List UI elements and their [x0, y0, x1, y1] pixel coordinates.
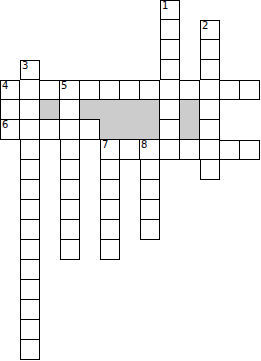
clue-number: 3 — [22, 61, 28, 71]
empty-space — [0, 40, 20, 60]
clue-number: 6 — [2, 120, 8, 130]
clue-number: 8 — [141, 140, 147, 150]
empty-space — [100, 40, 120, 60]
empty-space — [200, 0, 220, 20]
empty-space — [80, 40, 100, 60]
empty-space — [180, 220, 200, 240]
empty-space — [140, 240, 160, 260]
empty-space — [160, 180, 180, 200]
shaded-cell — [120, 120, 140, 140]
empty-space — [200, 280, 220, 300]
letter-cell[interactable] — [20, 180, 40, 200]
empty-space — [40, 280, 60, 300]
letter-cell[interactable] — [200, 160, 220, 180]
letter-cell[interactable] — [20, 120, 40, 140]
empty-space — [240, 220, 260, 240]
letter-cell[interactable] — [140, 160, 160, 180]
empty-space — [80, 0, 100, 20]
empty-space — [100, 20, 120, 40]
empty-space — [160, 340, 180, 360]
empty-space — [160, 260, 180, 280]
letter-cell[interactable] — [20, 200, 40, 220]
letter-cell[interactable] — [100, 80, 120, 100]
empty-space — [240, 0, 260, 20]
empty-space — [0, 160, 20, 180]
letter-cell[interactable] — [20, 260, 40, 280]
letter-cell[interactable] — [60, 180, 80, 200]
empty-space — [60, 260, 80, 280]
empty-space — [120, 280, 140, 300]
empty-space — [160, 240, 180, 260]
letter-cell[interactable] — [140, 80, 160, 100]
empty-space — [240, 260, 260, 280]
letter-cell[interactable] — [180, 140, 200, 160]
empty-space — [220, 340, 240, 360]
empty-space — [240, 180, 260, 200]
letter-cell[interactable] — [100, 200, 120, 220]
letter-cell[interactable] — [60, 100, 80, 120]
empty-space — [80, 320, 100, 340]
empty-space — [200, 300, 220, 320]
empty-space — [80, 200, 100, 220]
empty-space — [240, 240, 260, 260]
crossword-board: 12345678 — [0, 0, 260, 360]
letter-cell[interactable] — [160, 80, 180, 100]
empty-space — [220, 60, 240, 80]
empty-space — [40, 340, 60, 360]
empty-space — [40, 180, 60, 200]
empty-space — [100, 280, 120, 300]
empty-space — [40, 200, 60, 220]
empty-space — [0, 240, 20, 260]
empty-space — [140, 0, 160, 20]
letter-cell[interactable]: 7 — [100, 140, 120, 160]
empty-space — [240, 40, 260, 60]
empty-space — [60, 320, 80, 340]
empty-space — [120, 200, 140, 220]
empty-space — [180, 180, 200, 200]
letter-cell[interactable] — [160, 100, 180, 120]
empty-space — [100, 0, 120, 20]
empty-space — [0, 200, 20, 220]
empty-space — [0, 340, 20, 360]
empty-space — [0, 20, 20, 40]
empty-space — [220, 260, 240, 280]
letter-cell[interactable] — [140, 180, 160, 200]
empty-space — [80, 340, 100, 360]
letter-cell[interactable] — [20, 320, 40, 340]
empty-space — [40, 140, 60, 160]
shaded-cell — [180, 120, 200, 140]
empty-space — [20, 20, 40, 40]
letter-cell[interactable] — [100, 240, 120, 260]
empty-space — [140, 280, 160, 300]
empty-space — [180, 60, 200, 80]
letter-cell[interactable]: 3 — [20, 60, 40, 80]
empty-space — [200, 260, 220, 280]
shaded-cell — [180, 100, 200, 120]
empty-space — [20, 0, 40, 20]
empty-space — [120, 260, 140, 280]
letter-cell[interactable] — [20, 220, 40, 240]
letter-cell[interactable] — [100, 180, 120, 200]
empty-space — [120, 340, 140, 360]
letter-cell[interactable] — [40, 80, 60, 100]
empty-space — [220, 280, 240, 300]
letter-cell[interactable] — [40, 120, 60, 140]
empty-space — [240, 280, 260, 300]
empty-space — [0, 260, 20, 280]
empty-space — [60, 20, 80, 40]
letter-cell[interactable] — [20, 100, 40, 120]
empty-space — [160, 320, 180, 340]
letter-cell[interactable] — [120, 140, 140, 160]
empty-space — [220, 320, 240, 340]
empty-space — [120, 240, 140, 260]
empty-space — [200, 200, 220, 220]
letter-cell[interactable] — [60, 160, 80, 180]
empty-space — [220, 20, 240, 40]
empty-space — [80, 180, 100, 200]
empty-space — [80, 260, 100, 280]
shaded-cell — [140, 120, 160, 140]
letter-cell[interactable] — [60, 240, 80, 260]
empty-space — [80, 240, 100, 260]
empty-space — [220, 180, 240, 200]
empty-space — [20, 40, 40, 60]
letter-cell[interactable] — [200, 40, 220, 60]
letter-cell[interactable] — [140, 220, 160, 240]
empty-space — [180, 340, 200, 360]
empty-space — [220, 300, 240, 320]
empty-space — [180, 280, 200, 300]
letter-cell[interactable] — [100, 220, 120, 240]
empty-space — [0, 300, 20, 320]
empty-space — [40, 60, 60, 80]
letter-cell[interactable] — [20, 140, 40, 160]
letter-cell[interactable] — [200, 120, 220, 140]
letter-cell[interactable] — [160, 20, 180, 40]
empty-space — [40, 220, 60, 240]
empty-space — [40, 160, 60, 180]
empty-space — [0, 280, 20, 300]
letter-cell[interactable] — [20, 160, 40, 180]
empty-space — [140, 40, 160, 60]
letter-cell[interactable] — [200, 140, 220, 160]
empty-space — [120, 60, 140, 80]
empty-space — [240, 20, 260, 40]
empty-space — [200, 320, 220, 340]
letter-cell[interactable] — [160, 120, 180, 140]
empty-space — [140, 320, 160, 340]
empty-space — [160, 160, 180, 180]
letter-cell[interactable] — [60, 140, 80, 160]
empty-space — [80, 60, 100, 80]
empty-space — [180, 20, 200, 40]
empty-space — [220, 200, 240, 220]
empty-space — [140, 60, 160, 80]
letter-cell[interactable] — [240, 140, 260, 160]
letter-cell[interactable] — [60, 120, 80, 140]
empty-space — [80, 140, 100, 160]
letter-cell[interactable] — [220, 140, 240, 160]
letter-cell[interactable] — [20, 240, 40, 260]
empty-space — [100, 320, 120, 340]
empty-space — [180, 160, 200, 180]
empty-space — [80, 160, 100, 180]
empty-space — [120, 320, 140, 340]
empty-space — [240, 340, 260, 360]
empty-space — [60, 280, 80, 300]
empty-space — [100, 60, 120, 80]
letter-cell[interactable] — [20, 340, 40, 360]
empty-space — [200, 340, 220, 360]
letter-cell[interactable]: 1 — [160, 0, 180, 20]
letter-cell[interactable] — [180, 80, 200, 100]
empty-space — [40, 0, 60, 20]
empty-space — [0, 320, 20, 340]
letter-cell[interactable]: 6 — [0, 120, 20, 140]
empty-space — [120, 20, 140, 40]
empty-space — [40, 40, 60, 60]
letter-cell[interactable] — [60, 220, 80, 240]
letter-cell[interactable] — [140, 200, 160, 220]
empty-space — [40, 260, 60, 280]
clue-number: 2 — [202, 21, 208, 31]
empty-space — [240, 300, 260, 320]
empty-space — [140, 20, 160, 40]
shaded-cell — [100, 120, 120, 140]
empty-space — [120, 220, 140, 240]
shaded-cell — [100, 100, 120, 120]
empty-space — [220, 220, 240, 240]
empty-space — [180, 260, 200, 280]
letter-cell[interactable] — [0, 100, 20, 120]
clue-number: 5 — [61, 81, 67, 91]
empty-space — [40, 300, 60, 320]
empty-space — [160, 300, 180, 320]
letter-cell[interactable]: 8 — [140, 140, 160, 160]
letter-cell[interactable]: 5 — [60, 80, 80, 100]
empty-space — [180, 0, 200, 20]
empty-space — [160, 220, 180, 240]
empty-space — [180, 320, 200, 340]
letter-cell[interactable] — [200, 100, 220, 120]
empty-space — [60, 60, 80, 80]
clue-number: 7 — [102, 140, 108, 150]
empty-space — [0, 140, 20, 160]
empty-space — [60, 300, 80, 320]
letter-cell[interactable] — [100, 160, 120, 180]
shaded-cell — [80, 100, 100, 120]
empty-space — [80, 280, 100, 300]
empty-space — [240, 120, 260, 140]
empty-space — [0, 180, 20, 200]
shaded-cell — [120, 100, 140, 120]
empty-space — [80, 220, 100, 240]
empty-space — [220, 160, 240, 180]
empty-space — [60, 40, 80, 60]
empty-space — [140, 300, 160, 320]
empty-space — [0, 60, 20, 80]
empty-space — [200, 180, 220, 200]
empty-space — [200, 220, 220, 240]
letter-cell[interactable] — [60, 200, 80, 220]
empty-space — [220, 120, 240, 140]
empty-space — [60, 0, 80, 20]
letter-cell[interactable]: 2 — [200, 20, 220, 40]
empty-space — [180, 300, 200, 320]
empty-space — [220, 240, 240, 260]
empty-space — [220, 40, 240, 60]
empty-space — [40, 320, 60, 340]
letter-cell[interactable] — [220, 80, 240, 100]
empty-space — [240, 160, 260, 180]
empty-space — [120, 0, 140, 20]
empty-space — [100, 340, 120, 360]
empty-space — [160, 280, 180, 300]
empty-space — [240, 60, 260, 80]
empty-space — [180, 40, 200, 60]
empty-space — [140, 340, 160, 360]
clue-number: 4 — [2, 81, 8, 91]
empty-space — [120, 300, 140, 320]
empty-space — [100, 260, 120, 280]
empty-space — [240, 200, 260, 220]
empty-space — [220, 100, 240, 120]
clue-number: 1 — [162, 1, 168, 11]
letter-cell[interactable] — [160, 40, 180, 60]
letter-cell[interactable] — [80, 80, 100, 100]
empty-space — [140, 260, 160, 280]
empty-space — [100, 300, 120, 320]
letter-cell[interactable] — [120, 80, 140, 100]
empty-space — [0, 220, 20, 240]
empty-space — [240, 100, 260, 120]
empty-space — [40, 240, 60, 260]
empty-space — [120, 40, 140, 60]
empty-space — [60, 340, 80, 360]
letter-cell[interactable] — [160, 140, 180, 160]
empty-space — [120, 160, 140, 180]
empty-space — [80, 20, 100, 40]
letter-cell[interactable] — [20, 280, 40, 300]
empty-space — [80, 300, 100, 320]
empty-space — [160, 200, 180, 220]
letter-cell[interactable] — [240, 80, 260, 100]
empty-space — [180, 240, 200, 260]
letter-cell[interactable]: 4 — [0, 80, 20, 100]
letter-cell[interactable] — [200, 80, 220, 100]
empty-space — [240, 320, 260, 340]
empty-space — [180, 200, 200, 220]
shaded-cell — [40, 100, 60, 120]
empty-space — [40, 20, 60, 40]
letter-cell[interactable] — [200, 60, 220, 80]
empty-space — [200, 240, 220, 260]
shaded-cell — [140, 100, 160, 120]
letter-cell[interactable] — [80, 120, 100, 140]
empty-space — [220, 0, 240, 20]
letter-cell[interactable] — [160, 60, 180, 80]
letter-cell[interactable] — [20, 80, 40, 100]
empty-space — [120, 180, 140, 200]
empty-space — [0, 0, 20, 20]
letter-cell[interactable] — [20, 300, 40, 320]
